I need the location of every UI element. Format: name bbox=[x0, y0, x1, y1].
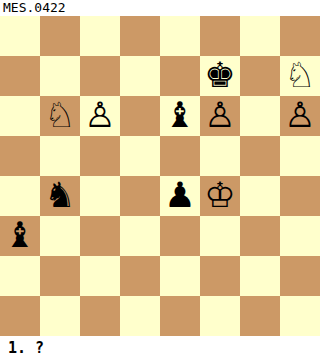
square-h2[interactable] bbox=[280, 256, 320, 296]
square-f3[interactable] bbox=[200, 216, 240, 256]
chess-board: ♚♘♘♙♝♙♙♞♟♔♝ bbox=[0, 16, 320, 336]
move-prompt: 1. ? bbox=[0, 336, 320, 360]
square-e6[interactable]: ♝ bbox=[160, 96, 200, 136]
square-c8[interactable] bbox=[80, 16, 120, 56]
square-b8[interactable] bbox=[40, 16, 80, 56]
white-pawn[interactable]: ♙ bbox=[204, 96, 235, 135]
square-g4[interactable] bbox=[240, 176, 280, 216]
black-pawn[interactable]: ♟ bbox=[164, 176, 195, 215]
square-f6[interactable]: ♙ bbox=[200, 96, 240, 136]
black-bishop[interactable]: ♝ bbox=[4, 216, 35, 255]
square-a6[interactable] bbox=[0, 96, 40, 136]
square-a1[interactable] bbox=[0, 296, 40, 336]
square-b2[interactable] bbox=[40, 256, 80, 296]
square-b4[interactable]: ♞ bbox=[40, 176, 80, 216]
white-knight[interactable]: ♘ bbox=[284, 56, 315, 95]
square-e2[interactable] bbox=[160, 256, 200, 296]
square-b5[interactable] bbox=[40, 136, 80, 176]
square-h3[interactable] bbox=[280, 216, 320, 256]
square-g2[interactable] bbox=[240, 256, 280, 296]
square-f5[interactable] bbox=[200, 136, 240, 176]
square-f1[interactable] bbox=[200, 296, 240, 336]
square-a8[interactable] bbox=[0, 16, 40, 56]
square-f7[interactable]: ♚ bbox=[200, 56, 240, 96]
square-d6[interactable] bbox=[120, 96, 160, 136]
square-a4[interactable] bbox=[0, 176, 40, 216]
square-e7[interactable] bbox=[160, 56, 200, 96]
square-d3[interactable] bbox=[120, 216, 160, 256]
square-g5[interactable] bbox=[240, 136, 280, 176]
square-b3[interactable] bbox=[40, 216, 80, 256]
square-g8[interactable] bbox=[240, 16, 280, 56]
black-king[interactable]: ♚ bbox=[204, 56, 235, 95]
square-g6[interactable] bbox=[240, 96, 280, 136]
square-c1[interactable] bbox=[80, 296, 120, 336]
square-c2[interactable] bbox=[80, 256, 120, 296]
square-b6[interactable]: ♘ bbox=[40, 96, 80, 136]
square-e5[interactable] bbox=[160, 136, 200, 176]
square-h7[interactable]: ♘ bbox=[280, 56, 320, 96]
square-c5[interactable] bbox=[80, 136, 120, 176]
square-e1[interactable] bbox=[160, 296, 200, 336]
square-d7[interactable] bbox=[120, 56, 160, 96]
square-c3[interactable] bbox=[80, 216, 120, 256]
square-b1[interactable] bbox=[40, 296, 80, 336]
square-d2[interactable] bbox=[120, 256, 160, 296]
square-a7[interactable] bbox=[0, 56, 40, 96]
square-a3[interactable]: ♝ bbox=[0, 216, 40, 256]
square-e4[interactable]: ♟ bbox=[160, 176, 200, 216]
square-e8[interactable] bbox=[160, 16, 200, 56]
square-h8[interactable] bbox=[280, 16, 320, 56]
square-e3[interactable] bbox=[160, 216, 200, 256]
square-c4[interactable] bbox=[80, 176, 120, 216]
chess-diagram: MES.0422 ♚♘♘♙♝♙♙♞♟♔♝ 1. ? bbox=[0, 0, 320, 360]
square-d1[interactable] bbox=[120, 296, 160, 336]
square-a5[interactable] bbox=[0, 136, 40, 176]
square-d8[interactable] bbox=[120, 16, 160, 56]
white-knight[interactable]: ♘ bbox=[44, 96, 75, 135]
diagram-title: MES.0422 bbox=[0, 0, 320, 16]
square-f4[interactable]: ♔ bbox=[200, 176, 240, 216]
square-h6[interactable]: ♙ bbox=[280, 96, 320, 136]
square-c7[interactable] bbox=[80, 56, 120, 96]
white-pawn[interactable]: ♙ bbox=[84, 96, 115, 135]
square-g7[interactable] bbox=[240, 56, 280, 96]
white-king[interactable]: ♔ bbox=[204, 176, 235, 215]
square-f8[interactable] bbox=[200, 16, 240, 56]
square-d4[interactable] bbox=[120, 176, 160, 216]
square-d5[interactable] bbox=[120, 136, 160, 176]
square-h5[interactable] bbox=[280, 136, 320, 176]
square-h4[interactable] bbox=[280, 176, 320, 216]
square-a2[interactable] bbox=[0, 256, 40, 296]
square-g3[interactable] bbox=[240, 216, 280, 256]
square-h1[interactable] bbox=[280, 296, 320, 336]
white-pawn[interactable]: ♙ bbox=[284, 96, 315, 135]
square-b7[interactable] bbox=[40, 56, 80, 96]
square-g1[interactable] bbox=[240, 296, 280, 336]
black-knight[interactable]: ♞ bbox=[44, 176, 75, 215]
square-c6[interactable]: ♙ bbox=[80, 96, 120, 136]
square-f2[interactable] bbox=[200, 256, 240, 296]
black-bishop[interactable]: ♝ bbox=[164, 96, 195, 135]
